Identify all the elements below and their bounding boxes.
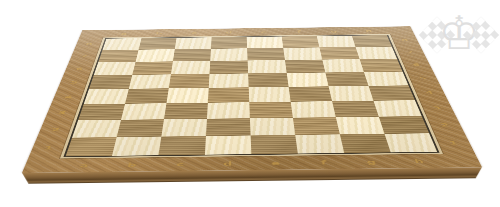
board-scene: abcdefgh abcdefgh 87654321 87654321 (16, 0, 482, 173)
file-labels-bottom: abcdefgh (59, 157, 445, 170)
square-d6 (210, 60, 249, 73)
rank-label-8: 8 (395, 34, 415, 46)
square-b6 (132, 61, 173, 74)
square-e8 (247, 36, 284, 48)
square-f7 (283, 47, 322, 60)
rank-label-3: 3 (50, 104, 74, 120)
square-f3 (291, 101, 336, 117)
square-b7 (136, 49, 175, 62)
square-g2 (336, 117, 385, 135)
square-h7 (356, 47, 397, 60)
product-photo-background: ♔ abcdefgh abcdefgh 87654321 87654321 (0, 0, 500, 207)
square-b1 (112, 137, 161, 156)
file-label-a: a (59, 161, 109, 170)
square-e6 (248, 60, 287, 73)
file-label-b: b (107, 160, 157, 169)
rank-label-3: 3 (424, 100, 449, 116)
rank-label-4: 4 (418, 85, 442, 100)
square-b8 (139, 38, 177, 50)
square-c1 (158, 136, 206, 155)
square-e4 (249, 87, 291, 102)
square-g8 (317, 36, 356, 48)
square-d3 (207, 102, 250, 119)
square-d8 (211, 37, 247, 49)
rank-label-4: 4 (57, 89, 80, 104)
square-h6 (360, 59, 403, 72)
square-d5 (209, 73, 249, 87)
square-b2 (117, 119, 164, 137)
square-a1 (66, 137, 117, 156)
file-label-h: h (394, 157, 445, 166)
square-g3 (332, 101, 379, 117)
square-e1 (251, 135, 298, 154)
file-label-e: e (252, 158, 301, 167)
square-h5 (364, 72, 409, 86)
square-a8 (102, 38, 141, 50)
rank-label-2: 2 (432, 116, 459, 134)
square-a5 (89, 75, 132, 89)
square-d7 (210, 48, 247, 61)
file-label-g: g (346, 157, 396, 166)
square-b5 (129, 74, 171, 88)
file-label-d: d (204, 159, 252, 168)
square-e5 (248, 73, 289, 87)
file-label-a: a (106, 31, 142, 36)
square-h4 (369, 85, 415, 100)
rank-label-2: 2 (43, 121, 68, 139)
square-d2 (206, 118, 251, 136)
square-d4 (208, 87, 249, 102)
rank-label-5: 5 (411, 71, 434, 85)
square-a2 (72, 120, 121, 138)
square-c7 (173, 49, 211, 62)
file-label-e: e (246, 29, 281, 34)
square-f1 (295, 134, 344, 153)
file-label-c: c (176, 30, 211, 35)
rank-label-1: 1 (440, 133, 468, 152)
file-label-g: g (316, 29, 352, 34)
square-d1 (205, 135, 251, 154)
square-h1 (385, 133, 438, 152)
rank-label-7: 7 (74, 50, 94, 63)
square-e2 (250, 118, 295, 136)
square-g5 (325, 72, 368, 86)
rank-label-1: 1 (35, 138, 61, 157)
square-a6 (94, 62, 136, 75)
square-a4 (84, 89, 129, 104)
square-f6 (285, 60, 325, 73)
square-g1 (340, 134, 391, 153)
file-label-b: b (141, 31, 177, 36)
rank-label-6: 6 (69, 62, 90, 75)
square-h2 (379, 116, 429, 134)
board-field (63, 35, 439, 158)
square-a7 (98, 50, 138, 63)
square-a3 (78, 104, 125, 121)
file-label-h: h (351, 28, 388, 33)
square-f5 (287, 72, 329, 86)
square-e3 (249, 102, 293, 119)
file-label-c: c (155, 160, 204, 169)
square-g6 (322, 59, 364, 72)
rank-label-6: 6 (405, 58, 427, 71)
file-label-f: f (299, 158, 348, 167)
rank-label-7: 7 (400, 46, 421, 58)
square-c5 (169, 74, 210, 88)
chessboard: abcdefgh abcdefgh 87654321 87654321 (22, 26, 482, 172)
square-f4 (289, 86, 332, 101)
square-b3 (121, 103, 166, 120)
square-g4 (329, 86, 374, 101)
rank-label-8: 8 (79, 38, 98, 50)
square-f8 (282, 36, 320, 48)
square-g7 (319, 47, 359, 60)
square-c2 (161, 119, 207, 137)
square-c8 (175, 37, 212, 49)
rank-label-5: 5 (63, 75, 85, 89)
square-e7 (247, 48, 285, 61)
file-label-d: d (211, 30, 246, 35)
square-b4 (125, 88, 169, 103)
square-c6 (171, 61, 210, 74)
square-h3 (373, 100, 421, 116)
square-c3 (164, 103, 208, 120)
square-f2 (293, 117, 340, 135)
square-c4 (166, 88, 208, 103)
square-h8 (352, 35, 392, 47)
file-label-f: f (281, 29, 317, 34)
